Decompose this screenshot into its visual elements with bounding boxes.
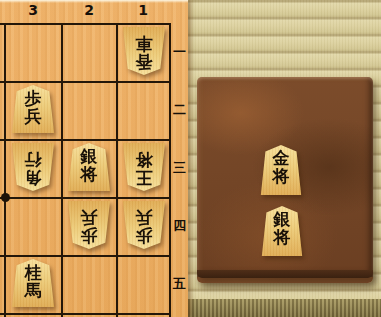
square-2-1[interactable]: [63, 25, 115, 80]
square-3-4[interactable]: [6, 199, 60, 254]
piece-stand-front-edge: [197, 270, 373, 278]
hand-piece-gold[interactable]: 金将: [260, 145, 302, 195]
square-2-2[interactable]: [63, 83, 115, 138]
piece-gote-pawn-2-4[interactable]: 歩兵: [67, 201, 111, 249]
rank-label-4: 四: [171, 197, 188, 255]
file-label-1: 1: [128, 2, 158, 18]
piece-sente-silver-2-3[interactable]: 銀将: [67, 143, 111, 191]
square-2-5[interactable]: [63, 257, 115, 312]
piece-sente-pawn-3-2[interactable]: 歩兵: [11, 85, 55, 133]
rank-label-1: 一: [171, 23, 188, 81]
square-1-2[interactable]: [118, 83, 168, 138]
piece-gote-pawn-1-4[interactable]: 歩兵: [122, 201, 166, 249]
rank-label-3: 三: [171, 139, 188, 197]
rank-label-2: 二: [171, 81, 188, 139]
hand-piece-silver[interactable]: 銀将: [261, 206, 303, 256]
grid-hline-rank5-6: [0, 313, 171, 315]
file-label-3: 3: [18, 2, 48, 18]
piece-sente-knight-3-5[interactable]: 桂馬: [11, 259, 55, 307]
piece-gote-lance-1-1[interactable]: 香車: [122, 27, 166, 75]
file-label-2: 2: [74, 2, 104, 18]
square-1-5[interactable]: [118, 257, 168, 312]
piece-gote-king-1-3[interactable]: 王将: [122, 143, 166, 191]
shogi-app: 3 2 1 一 二 三 四 五 香車 歩兵 角行 銀将 王将: [0, 0, 381, 317]
piece-gote-bishop-3-3[interactable]: 角行: [11, 143, 55, 191]
square-3-1[interactable]: [6, 25, 60, 80]
rank-label-5: 五: [171, 255, 188, 313]
